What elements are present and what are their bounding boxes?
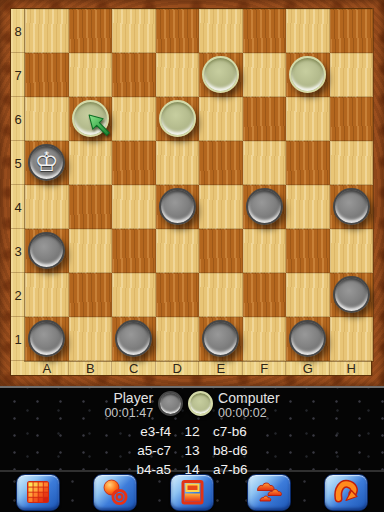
piece-dark-f4[interactable] — [246, 188, 283, 225]
computer-time: 00:00:02 — [218, 407, 267, 420]
square-c3[interactable] — [112, 229, 156, 273]
board: 87654321 ♔ ABCDEFGH — [0, 0, 384, 386]
file-label-f: F — [243, 361, 287, 376]
clouds-icon — [255, 478, 283, 506]
square-d3[interactable] — [156, 229, 200, 273]
board-inner: 87654321 ♔ ABCDEFGH — [10, 8, 372, 376]
square-g6[interactable] — [286, 97, 330, 141]
square-g3[interactable] — [286, 229, 330, 273]
square-f6[interactable] — [243, 97, 287, 141]
move-number: 13 — [171, 441, 213, 460]
square-h5[interactable] — [330, 141, 374, 185]
square-f5[interactable] — [243, 141, 287, 185]
piece-dark-g1[interactable] — [289, 320, 326, 357]
move-number: 12 — [171, 422, 213, 441]
file-label-d: D — [156, 361, 200, 376]
move-row-13: a5-c713b8-d6 — [115, 441, 269, 460]
player-piece-icon — [158, 391, 183, 416]
toolbar — [0, 470, 384, 512]
clouds-button[interactable] — [247, 474, 291, 511]
square-h1[interactable] — [330, 317, 374, 361]
square-c8[interactable] — [112, 9, 156, 53]
pieces-icon — [101, 478, 129, 506]
piece-light-e7[interactable] — [202, 56, 239, 93]
square-c7[interactable] — [112, 53, 156, 97]
square-b3[interactable] — [69, 229, 113, 273]
rank-labels: 87654321 — [11, 9, 25, 361]
square-f2[interactable] — [243, 273, 287, 317]
rank-label-2: 2 — [11, 273, 25, 317]
player-move: e3-f4 — [115, 422, 171, 441]
board-grid-button[interactable] — [16, 474, 60, 511]
square-f1[interactable] — [243, 317, 287, 361]
square-d2[interactable] — [156, 273, 200, 317]
status-header: Player 00:01:47 Computer 00:00:02 — [0, 388, 384, 420]
undo-button[interactable] — [324, 474, 368, 511]
move-row-12: e3-f412c7-b6 — [115, 422, 269, 441]
file-label-h: H — [330, 361, 374, 376]
square-f8[interactable] — [243, 9, 287, 53]
player-label: Player — [113, 392, 153, 405]
square-b7[interactable] — [69, 53, 113, 97]
piece-dark-e1[interactable] — [202, 320, 239, 357]
square-g2[interactable] — [286, 273, 330, 317]
computer-move: c7-b6 — [213, 422, 269, 441]
square-d5[interactable] — [156, 141, 200, 185]
piece-dark-c1[interactable] — [115, 320, 152, 357]
piece-light-b6[interactable] — [72, 100, 109, 137]
square-a6[interactable] — [25, 97, 69, 141]
square-e4[interactable] — [199, 185, 243, 229]
undo-icon — [332, 478, 360, 506]
piece-light-d6[interactable] — [159, 100, 196, 137]
square-a8[interactable] — [25, 9, 69, 53]
square-h3[interactable] — [330, 229, 374, 273]
player-move: a5-c7 — [115, 441, 171, 460]
file-label-g: G — [286, 361, 330, 376]
square-d1[interactable] — [156, 317, 200, 361]
file-label-a: A — [25, 361, 69, 376]
square-h8[interactable] — [330, 9, 374, 53]
computer-move: b8-d6 — [213, 441, 269, 460]
square-b1[interactable] — [69, 317, 113, 361]
square-c4[interactable] — [112, 185, 156, 229]
square-c5[interactable] — [112, 141, 156, 185]
computer-piece-icon — [188, 391, 213, 416]
file-label-b: B — [69, 361, 113, 376]
piece-dark-a1[interactable] — [28, 320, 65, 357]
square-h6[interactable] — [330, 97, 374, 141]
square-e6[interactable] — [199, 97, 243, 141]
board-squares[interactable]: ♔ — [25, 9, 373, 361]
file-label-c: C — [112, 361, 156, 376]
pieces-button[interactable] — [93, 474, 137, 511]
piece-dark-h2[interactable] — [333, 276, 370, 313]
piece-dark-h4[interactable] — [333, 188, 370, 225]
piece-light-g7[interactable] — [289, 56, 326, 93]
square-e8[interactable] — [199, 9, 243, 53]
square-c2[interactable] — [112, 273, 156, 317]
square-e2[interactable] — [199, 273, 243, 317]
file-label-e: E — [199, 361, 243, 376]
rank-label-3: 3 — [11, 229, 25, 273]
square-g5[interactable] — [286, 141, 330, 185]
piece-dark-king-a5[interactable]: ♔ — [28, 144, 65, 181]
square-c6[interactable] — [112, 97, 156, 141]
player-status: Player 00:01:47 — [104, 391, 153, 420]
rank-label-6: 6 — [11, 97, 25, 141]
square-f7[interactable] — [243, 53, 287, 97]
king-crown-icon: ♔ — [34, 147, 58, 177]
square-b5[interactable] — [69, 141, 113, 185]
square-b2[interactable] — [69, 273, 113, 317]
window-button[interactable] — [170, 474, 214, 511]
rank-label-1: 1 — [11, 317, 25, 361]
square-h7[interactable] — [330, 53, 374, 97]
board-grid-icon — [24, 478, 52, 506]
square-a4[interactable] — [25, 185, 69, 229]
square-e3[interactable] — [199, 229, 243, 273]
player-time: 00:01:47 — [104, 407, 153, 420]
rank-label-5: 5 — [11, 141, 25, 185]
square-d8[interactable] — [156, 9, 200, 53]
square-g4[interactable] — [286, 185, 330, 229]
piece-dark-a3[interactable] — [28, 232, 65, 269]
rank-label-8: 8 — [11, 9, 25, 53]
square-d7[interactable] — [156, 53, 200, 97]
square-g8[interactable] — [286, 9, 330, 53]
square-e5[interactable] — [199, 141, 243, 185]
file-labels: ABCDEFGH — [25, 361, 373, 376]
square-b4[interactable] — [69, 185, 113, 229]
piece-dark-d4[interactable] — [159, 188, 196, 225]
rank-label-7: 7 — [11, 53, 25, 97]
computer-status: Computer 00:00:02 — [218, 391, 279, 420]
square-a7[interactable] — [25, 53, 69, 97]
square-b8[interactable] — [69, 9, 113, 53]
status-panel: Player 00:01:47 Computer 00:00:02 e3-f41… — [0, 386, 384, 470]
computer-label: Computer — [218, 392, 279, 405]
square-a2[interactable] — [25, 273, 69, 317]
square-f3[interactable] — [243, 229, 287, 273]
app-screen: 87654321 ♔ ABCDEFGH Player 00:01:47 Comp… — [0, 0, 384, 512]
window-icon — [178, 478, 206, 506]
rank-label-4: 4 — [11, 185, 25, 229]
